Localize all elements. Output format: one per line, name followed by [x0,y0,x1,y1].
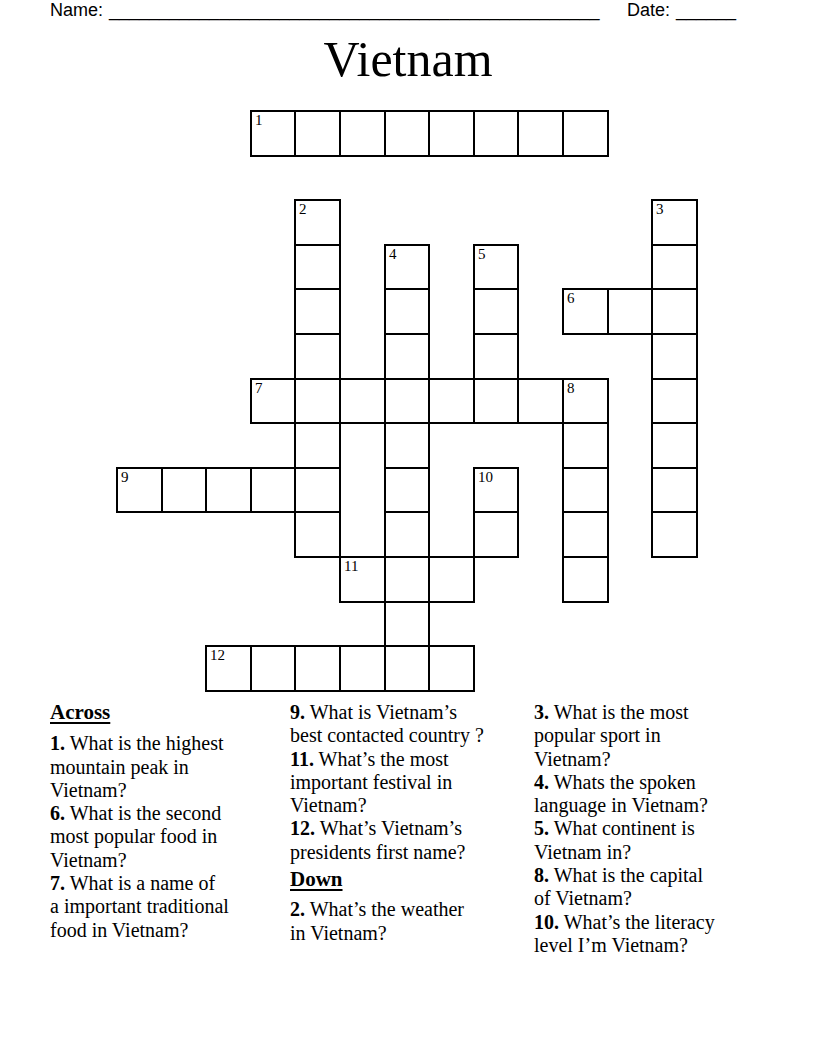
grid-cell-r8c8[interactable]: 10 [473,467,519,513]
clue-column-2: 9. What is Vietnam’s best contacted coun… [290,701,533,945]
clue-number: 10. [534,911,559,933]
grid-cell-r8c6[interactable] [384,467,430,513]
grid-cell-r6c12[interactable] [651,378,698,424]
grid-cell-r3c4[interactable] [294,244,341,290]
name-underline: ________________________________________… [109,0,600,20]
grid-cell-r4c11[interactable] [607,288,653,335]
clue-2: 2. What’s the weather in Vietnam? [290,898,533,945]
clue-number: 6. [50,802,65,824]
grid-cell-r0c8[interactable] [473,110,519,157]
grid-cell-r6c3[interactable]: 7 [250,378,296,424]
grid-cell-r0c9[interactable] [517,110,564,157]
grid-cell-r8c2[interactable] [205,467,252,513]
clue-number: 2. [290,898,305,920]
cell-number-7: 7 [255,380,263,396]
grid-cell-r9c4[interactable] [294,511,341,558]
clue-text: What’s the weather in Vietnam? [290,898,464,943]
grid-cell-r6c8[interactable] [473,378,519,424]
grid-cell-r5c8[interactable] [473,333,519,380]
clue-8: 8. What is the capital of Vietnam? [534,864,810,911]
clue-5: 5. What continent is Vietnam in? [534,817,810,864]
clue-text: What continent is Vietnam in? [534,817,695,862]
cell-number-1: 1 [255,112,263,128]
grid-cell-r6c10[interactable]: 8 [562,378,609,424]
grid-cell-r8c3[interactable] [250,467,296,513]
clue-column-3: 3. What is the most popular sport in Vie… [534,701,810,957]
clue-number: 3. [534,701,549,723]
grid-cell-r3c12[interactable] [651,244,698,290]
grid-cell-r2c4[interactable]: 2 [294,199,341,246]
grid-cell-r7c6[interactable] [384,422,430,469]
cell-number-3: 3 [656,201,664,217]
clue-number: 1. [50,732,65,754]
clue-number: 5. [534,817,549,839]
clue-1: 1. What is the highest mountain peak in … [50,732,285,802]
date-underline: ______ [676,0,736,20]
grid-cell-r9c10[interactable] [562,511,609,558]
clue-number: 7. [50,872,65,894]
clue-text: What is the highest mountain peak in Vie… [50,732,224,801]
grid-cell-r0c5[interactable] [339,110,386,157]
grid-cell-r0c10[interactable] [562,110,609,157]
crossword-grid: 123456789101112 [116,110,700,694]
clue-6: 6. What is the second most popular food … [50,802,285,872]
clue-7: 7. What is a name of a important traditi… [50,872,285,942]
name-label: Name: [50,0,103,20]
cell-number-12: 12 [210,647,225,663]
clue-number: 9. [290,701,305,723]
grid-cell-r5c4[interactable] [294,333,341,380]
grid-cell-r11c6[interactable] [384,601,430,647]
cell-number-4: 4 [389,246,397,262]
grid-cell-r4c10[interactable]: 6 [562,288,609,335]
clue-9: 9. What is Vietnam’s best contacted coun… [290,701,533,748]
clue-text: What is Vietnam’s best contacted country… [290,701,484,746]
grid-cell-r7c10[interactable] [562,422,609,469]
grid-cell-r0c7[interactable] [428,110,475,157]
clue-text: What’s the most important festival in Vi… [290,748,452,817]
grid-cell-r4c8[interactable] [473,288,519,335]
clue-12: 12. What’s Vietnam’s presidents first na… [290,817,533,864]
grid-cell-r8c4[interactable] [294,467,341,513]
clue-number: 4. [534,771,549,793]
grid-cell-r9c8[interactable] [473,511,519,558]
grid-cell-r6c9[interactable] [517,378,564,424]
grid-cell-r2c12[interactable]: 3 [651,199,698,246]
grid-cell-r3c6[interactable]: 4 [384,244,430,290]
grid-cell-r12c5[interactable] [339,645,386,692]
clue-number: 8. [534,864,549,886]
grid-cell-r10c6[interactable] [384,556,430,603]
grid-cell-r8c12[interactable] [651,467,698,513]
crossword-worksheet: { "game": "crossword", "title": "Vietnam… [0,0,816,1056]
cell-number-2: 2 [299,201,307,217]
grid-cell-r6c4[interactable] [294,378,341,424]
grid-cell-r9c12[interactable] [651,511,698,558]
clue-number: 11. [290,748,314,770]
clue-4: 4. Whats the spoken language in Vietnam? [534,771,810,818]
grid-cell-r5c6[interactable] [384,333,430,380]
grid-cell-r0c3[interactable]: 1 [250,110,296,157]
grid-cell-r6c5[interactable] [339,378,386,424]
clue-text: Whats the spoken language in Vietnam? [534,771,708,816]
clue-text: What’s Vietnam’s presidents first name? [290,817,466,862]
clue-11: 11. What’s the most important festival i… [290,748,533,818]
cell-number-8: 8 [567,380,575,396]
grid-cell-r6c7[interactable] [428,378,475,424]
grid-cell-r3c8[interactable]: 5 [473,244,519,290]
grid-cell-r12c3[interactable] [250,645,296,692]
grid-cell-r7c12[interactable] [651,422,698,469]
clue-number: 12. [290,817,315,839]
date-label: Date: [627,0,670,20]
clue-text: What’s the literacy level I’m Vietnam? [534,911,715,956]
grid-cell-r10c5[interactable]: 11 [339,556,386,603]
grid-cell-r5c12[interactable] [651,333,698,380]
grid-cell-r10c7[interactable] [428,556,475,603]
clue-text: What is the capital of Vietnam? [534,864,703,909]
clue-heading-across: Across [50,701,285,724]
name-field: Name:___________________________________… [50,0,600,20]
grid-cell-r0c6[interactable] [384,110,430,157]
grid-cell-r6c6[interactable] [384,378,430,424]
cell-number-11: 11 [344,558,358,574]
clue-column-1: Across1. What is the highest mountain pe… [50,701,285,942]
date-field: Date:______ [627,0,736,20]
cell-number-10: 10 [478,469,493,485]
grid-cell-r9c6[interactable] [384,511,430,558]
grid-cell-r8c1[interactable] [161,467,207,513]
grid-cell-r10c10[interactable] [562,556,609,603]
clue-text: What is a name of a important traditiona… [50,872,229,941]
grid-cell-r12c7[interactable] [428,645,475,692]
grid-cell-r12c4[interactable] [294,645,341,692]
clue-heading-down: Down [290,868,533,891]
grid-cell-r7c4[interactable] [294,422,341,469]
grid-cell-r4c6[interactable] [384,288,430,335]
puzzle-title: Vietnam [0,31,816,87]
grid-cell-r8c10[interactable] [562,467,609,513]
grid-cell-r4c4[interactable] [294,288,341,335]
cell-number-5: 5 [478,246,486,262]
grid-cell-r4c12[interactable] [651,288,698,335]
clue-3: 3. What is the most popular sport in Vie… [534,701,810,771]
clue-text: What is the second most popular food in … [50,802,221,871]
grid-cell-r0c4[interactable] [294,110,341,157]
clue-10: 10. What’s the literacy level I’m Vietna… [534,911,810,958]
cell-number-6: 6 [567,290,575,306]
grid-cell-r12c2[interactable]: 12 [205,645,252,692]
grid-cell-r12c6[interactable] [384,645,430,692]
cell-number-9: 9 [121,469,129,485]
clue-text: What is the most popular sport in Vietna… [534,701,689,770]
grid-cell-r8c0[interactable]: 9 [116,467,163,513]
